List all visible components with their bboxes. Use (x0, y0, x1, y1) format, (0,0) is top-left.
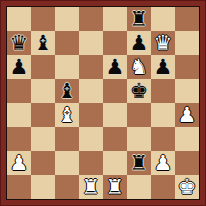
square-d3[interactable] (79, 127, 103, 151)
piece-black-king-f5[interactable]: ♚ (127, 79, 151, 103)
square-c4[interactable]: ♝ (55, 103, 79, 127)
square-f7[interactable]: ♟ (127, 31, 151, 55)
piece-black-pawn-e6[interactable]: ♟ (103, 55, 127, 79)
square-g8[interactable] (151, 7, 175, 31)
piece-black-rook-f8[interactable]: ♜ (127, 7, 151, 31)
square-b2[interactable] (31, 151, 55, 175)
square-a6[interactable]: ♟ (7, 55, 31, 79)
square-a1[interactable] (7, 175, 31, 199)
square-f3[interactable] (127, 127, 151, 151)
square-f8[interactable]: ♜ (127, 7, 151, 31)
square-h8[interactable] (175, 7, 199, 31)
square-g6[interactable]: ♟ (151, 55, 175, 79)
square-d4[interactable] (79, 103, 103, 127)
piece-white-queen-g7[interactable]: ♛ (151, 31, 175, 55)
square-a8[interactable] (7, 7, 31, 31)
piece-black-bishop-c5[interactable]: ♝ (55, 79, 79, 103)
square-b6[interactable] (31, 55, 55, 79)
square-g7[interactable]: ♛ (151, 31, 175, 55)
square-b1[interactable] (31, 175, 55, 199)
square-b4[interactable] (31, 103, 55, 127)
square-g2[interactable]: ♟ (151, 151, 175, 175)
square-a5[interactable] (7, 79, 31, 103)
square-e8[interactable] (103, 7, 127, 31)
square-g5[interactable] (151, 79, 175, 103)
piece-white-rook-e1[interactable]: ♜ (103, 175, 127, 199)
square-g3[interactable] (151, 127, 175, 151)
square-b8[interactable] (31, 7, 55, 31)
square-d5[interactable] (79, 79, 103, 103)
square-f6[interactable]: ♞ (127, 55, 151, 79)
square-b7[interactable]: ♝ (31, 31, 55, 55)
square-h3[interactable] (175, 127, 199, 151)
piece-white-rook-d1[interactable]: ♜ (79, 175, 103, 199)
square-c7[interactable] (55, 31, 79, 55)
square-h7[interactable] (175, 31, 199, 55)
piece-white-pawn-h4[interactable]: ♟ (175, 103, 199, 127)
square-c3[interactable] (55, 127, 79, 151)
square-h2[interactable] (175, 151, 199, 175)
piece-white-knight-f6[interactable]: ♞ (127, 55, 151, 79)
piece-black-bishop-b7[interactable]: ♝ (31, 31, 55, 55)
square-a4[interactable] (7, 103, 31, 127)
square-c1[interactable] (55, 175, 79, 199)
square-h5[interactable] (175, 79, 199, 103)
square-e3[interactable] (103, 127, 127, 151)
piece-black-pawn-f7[interactable]: ♟ (127, 31, 151, 55)
square-d8[interactable] (79, 7, 103, 31)
square-b3[interactable] (31, 127, 55, 151)
piece-white-king-h1[interactable]: ♚ (175, 175, 199, 199)
piece-black-pawn-g6[interactable]: ♟ (151, 55, 175, 79)
square-g4[interactable] (151, 103, 175, 127)
square-h4[interactable]: ♟ (175, 103, 199, 127)
piece-black-queen-a7[interactable]: ♛ (7, 31, 31, 55)
square-d6[interactable] (79, 55, 103, 79)
square-a2[interactable]: ♟ (7, 151, 31, 175)
square-a3[interactable] (7, 127, 31, 151)
square-c2[interactable] (55, 151, 79, 175)
square-a7[interactable]: ♛ (7, 31, 31, 55)
square-d2[interactable] (79, 151, 103, 175)
piece-white-pawn-a2[interactable]: ♟ (7, 151, 31, 175)
square-f5[interactable]: ♚ (127, 79, 151, 103)
square-d7[interactable] (79, 31, 103, 55)
square-e2[interactable] (103, 151, 127, 175)
square-f1[interactable] (127, 175, 151, 199)
square-f4[interactable] (127, 103, 151, 127)
piece-white-bishop-c4[interactable]: ♝ (55, 103, 79, 127)
square-g1[interactable] (151, 175, 175, 199)
square-c8[interactable] (55, 7, 79, 31)
board-frame: ♜♛♝♟♛♟♟♞♟♝♚♝♟♟♜♟♜♜♚ (0, 0, 206, 206)
square-c6[interactable] (55, 55, 79, 79)
piece-black-rook-f2[interactable]: ♜ (127, 151, 151, 175)
square-c5[interactable]: ♝ (55, 79, 79, 103)
square-e5[interactable] (103, 79, 127, 103)
piece-white-pawn-g2[interactable]: ♟ (151, 151, 175, 175)
square-b5[interactable] (31, 79, 55, 103)
square-e7[interactable] (103, 31, 127, 55)
square-d1[interactable]: ♜ (79, 175, 103, 199)
square-h1[interactable]: ♚ (175, 175, 199, 199)
square-e4[interactable] (103, 103, 127, 127)
square-e1[interactable]: ♜ (103, 175, 127, 199)
chess-board: ♜♛♝♟♛♟♟♞♟♝♚♝♟♟♜♟♜♜♚ (6, 6, 200, 200)
square-h6[interactable] (175, 55, 199, 79)
square-f2[interactable]: ♜ (127, 151, 151, 175)
square-e6[interactable]: ♟ (103, 55, 127, 79)
piece-black-pawn-a6[interactable]: ♟ (7, 55, 31, 79)
